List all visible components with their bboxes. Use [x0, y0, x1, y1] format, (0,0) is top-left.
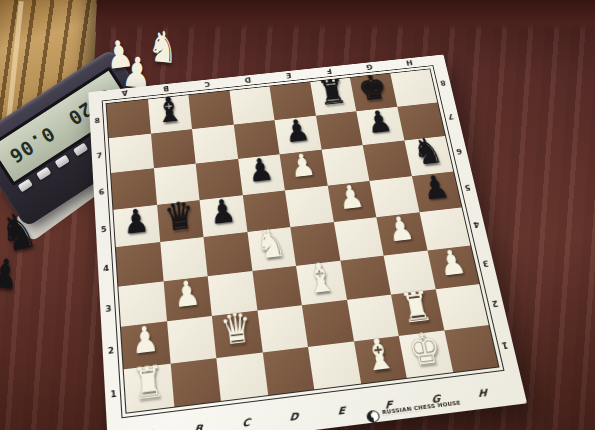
square-h6: ♞: [404, 136, 453, 176]
chess-board: ABCDEFGH ABCDEFGH 87654321 87654321 ♝♜♚♟…: [88, 55, 527, 430]
square-e4: [290, 222, 340, 265]
captured-white-knight: ♞: [146, 24, 181, 69]
square-c2: ♛: [212, 311, 262, 358]
square-d2: [257, 305, 308, 352]
square-h3: ♟: [427, 245, 479, 289]
square-h5: ♟: [411, 171, 461, 212]
file-label-bottom-e: E: [317, 401, 365, 420]
square-a4: [116, 242, 163, 286]
square-f3: [340, 255, 391, 300]
square-c1: [216, 352, 267, 401]
square-f4: [333, 217, 383, 260]
square-h4: [419, 207, 470, 250]
square-b7: [150, 129, 195, 169]
square-a2: ♟: [121, 321, 170, 369]
square-d7: [233, 120, 279, 159]
square-f1: ♝: [353, 335, 406, 383]
square-g5: [369, 176, 419, 217]
file-label-bottom-h: H: [459, 384, 506, 403]
square-h1: [444, 325, 499, 373]
square-a6: [111, 168, 157, 209]
square-d8: [229, 86, 274, 124]
square-d6: ♟: [238, 154, 285, 195]
wood-glint: [6, 1, 24, 121]
square-f6: [321, 145, 369, 185]
square-d5: [242, 190, 290, 232]
square-a3: [118, 281, 166, 327]
square-c3: [208, 271, 257, 316]
square-h2: [435, 284, 488, 330]
square-e3: ♝: [296, 260, 347, 305]
file-label-bottom-d: D: [270, 407, 319, 426]
square-h8: [390, 69, 437, 106]
file-label-bottom-a: A: [125, 425, 175, 430]
square-b6: [153, 164, 199, 205]
board-frame: ♝♜♚♟♟♟♟♞♟♛♟♟♟♞♟♟♝♟♟♛♜♜♝♚: [102, 65, 505, 418]
square-e2: [302, 300, 354, 347]
file-label-bottom-c: C: [222, 413, 271, 430]
square-b8: ♝: [148, 95, 192, 133]
square-e5: [285, 185, 334, 227]
square-c5: ♟: [200, 195, 247, 237]
brand-knight-icon: ♞: [366, 409, 381, 423]
square-b5: ♛: [157, 200, 204, 242]
square-a7: [109, 133, 154, 173]
square-c7: [192, 124, 238, 163]
square-e1: [308, 341, 361, 389]
square-e7: ♟: [274, 115, 321, 154]
square-a5: ♟: [113, 205, 159, 248]
square-f7: [315, 111, 362, 150]
board-mat: ABCDEFGH ABCDEFGH 87654321 87654321 ♝♜♚♟…: [88, 55, 527, 430]
square-f5: ♟: [327, 181, 376, 223]
square-c6: [196, 159, 243, 200]
photo-scene: 0.06 0.20 ♟♟♞ ♞♟ ABCDEFGH ABCDEFGH 87654…: [0, 0, 595, 430]
square-d3: [252, 265, 302, 310]
square-g6: [363, 141, 412, 181]
square-e8: [270, 82, 316, 120]
square-b4: [160, 237, 208, 281]
clock-left-time: 0.06: [5, 123, 59, 169]
captured-black-pieces: ♞♟: [0, 206, 54, 306]
square-g8: ♚: [350, 74, 397, 111]
square-c4: [203, 232, 251, 276]
square-b1: [170, 358, 221, 407]
square-b2: [167, 316, 217, 363]
square-b3: ♟: [163, 276, 212, 322]
captured-black-pawn: ♟: [0, 252, 21, 296]
square-d1: [262, 347, 314, 396]
board-grid: ♝♜♚♟♟♟♟♞♟♛♟♟♟♞♟♟♝♟♟♛♜♜♝♚: [106, 68, 500, 413]
file-label-bottom-b: B: [173, 419, 223, 430]
square-g4: ♟: [376, 212, 427, 255]
square-g7: ♟: [356, 106, 404, 145]
square-h7: [397, 102, 445, 140]
square-f8: ♜: [310, 78, 356, 116]
square-a8: [107, 99, 151, 137]
square-a1: ♜: [124, 363, 174, 412]
square-d4: ♞: [247, 227, 296, 271]
square-c8: [188, 91, 233, 129]
square-f2: [347, 295, 399, 341]
square-e6: ♟: [280, 150, 328, 190]
